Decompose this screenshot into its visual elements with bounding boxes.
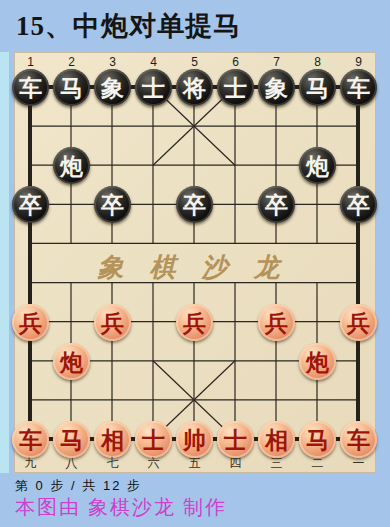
board-point-r3-c7[interactable] — [297, 185, 338, 224]
board-point-r8-c7[interactable] — [297, 381, 338, 420]
piece-red-车[interactable]: 车 — [12, 421, 49, 458]
board-point-r1-c5[interactable] — [215, 107, 256, 146]
piece-black-车[interactable]: 车 — [340, 69, 377, 106]
piece-red-相[interactable]: 相 — [94, 421, 131, 458]
board-point-r8-c3[interactable] — [133, 381, 174, 420]
board-point-r2-c8[interactable] — [338, 146, 379, 185]
board-point-r5-c7[interactable] — [297, 263, 338, 302]
board-point-r9-c4[interactable]: 帅 — [174, 420, 215, 459]
piece-red-相[interactable]: 相 — [258, 421, 295, 458]
file-label-top: 4 — [133, 55, 174, 69]
credit-text: 本图由 象棋沙龙 制作 — [15, 494, 227, 521]
board-point-r3-c8[interactable]: 卒 — [338, 185, 379, 224]
file-labels-bottom: 九八七六五四三二一 — [10, 456, 379, 470]
board-point-r7-c5[interactable] — [215, 342, 256, 381]
file-label-bottom: 二 — [297, 456, 338, 470]
board-point-r1-c6[interactable] — [256, 107, 297, 146]
piece-black-炮[interactable]: 炮 — [299, 147, 336, 184]
board-point-r0-c4[interactable]: 将 — [174, 68, 215, 107]
piece-black-卒[interactable]: 卒 — [94, 186, 131, 223]
board-point-r5-c2[interactable] — [92, 263, 133, 302]
piece-black-士[interactable]: 士 — [135, 69, 172, 106]
board-point-r0-c8[interactable]: 车 — [338, 68, 379, 107]
board-point-r9-c2[interactable]: 相 — [92, 420, 133, 459]
board-point-r1-c8[interactable] — [338, 107, 379, 146]
piece-red-兵[interactable]: 兵 — [12, 304, 49, 341]
board-point-r3-c3[interactable] — [133, 185, 174, 224]
board-point-r3-c0[interactable]: 卒 — [10, 185, 51, 224]
board-point-r3-c4[interactable]: 卒 — [174, 185, 215, 224]
piece-red-兵[interactable]: 兵 — [340, 304, 377, 341]
board-point-r5-c0[interactable] — [10, 263, 51, 302]
board-point-r4-c4[interactable] — [174, 224, 215, 263]
board-point-r4-c3[interactable] — [133, 224, 174, 263]
file-labels-top: 123456789 — [10, 55, 379, 69]
board-point-r2-c0[interactable] — [10, 146, 51, 185]
file-label-bottom: 四 — [215, 456, 256, 470]
board-point-r2-c3[interactable] — [133, 146, 174, 185]
board-point-r9-c6[interactable]: 相 — [256, 420, 297, 459]
board-point-r0-c3[interactable]: 士 — [133, 68, 174, 107]
board-point-r7-c3[interactable] — [133, 342, 174, 381]
file-label-bottom: 六 — [133, 456, 174, 470]
xiangqi-board: 123456789 象棋沙龙 车马象士将士象马车炮炮卒卒卒卒卒兵兵兵兵兵炮炮车马… — [14, 52, 376, 473]
board-point-r8-c6[interactable] — [256, 381, 297, 420]
piece-black-马[interactable]: 马 — [299, 69, 336, 106]
piece-black-士[interactable]: 士 — [217, 69, 254, 106]
board-point-r3-c5[interactable] — [215, 185, 256, 224]
board-point-r6-c8[interactable]: 兵 — [338, 303, 379, 342]
board-point-r2-c2[interactable] — [92, 146, 133, 185]
board-point-r7-c4[interactable] — [174, 342, 215, 381]
page-title: 15、中炮对单提马 — [16, 8, 241, 44]
board-point-r9-c7[interactable]: 马 — [297, 420, 338, 459]
piece-red-士[interactable]: 士 — [135, 421, 172, 458]
board-point-r8-c2[interactable] — [92, 381, 133, 420]
piece-red-马[interactable]: 马 — [299, 421, 336, 458]
board-point-r6-c2[interactable]: 兵 — [92, 303, 133, 342]
board-point-r2-c7[interactable]: 炮 — [297, 146, 338, 185]
board-point-r0-c7[interactable]: 马 — [297, 68, 338, 107]
board-point-r7-c6[interactable] — [256, 342, 297, 381]
piece-red-马[interactable]: 马 — [53, 421, 90, 458]
board-point-r6-c7[interactable] — [297, 303, 338, 342]
board-point-r1-c2[interactable] — [92, 107, 133, 146]
board-point-r5-c8[interactable] — [338, 263, 379, 302]
piece-black-象[interactable]: 象 — [258, 69, 295, 106]
board-point-r6-c1[interactable] — [51, 303, 92, 342]
board-point-r6-c5[interactable] — [215, 303, 256, 342]
board-point-r8-c5[interactable] — [215, 381, 256, 420]
piece-red-士[interactable]: 士 — [217, 421, 254, 458]
board-point-r4-c7[interactable] — [297, 224, 338, 263]
board-point-r4-c8[interactable] — [338, 224, 379, 263]
piece-red-帅[interactable]: 帅 — [176, 421, 213, 458]
board-point-r8-c8[interactable] — [338, 381, 379, 420]
file-label-top: 1 — [10, 55, 51, 69]
file-label-bottom: 三 — [256, 456, 297, 470]
file-label-bottom: 五 — [174, 456, 215, 470]
board-point-r6-c0[interactable]: 兵 — [10, 303, 51, 342]
piece-black-卒[interactable]: 卒 — [176, 186, 213, 223]
board-point-r9-c0[interactable]: 车 — [10, 420, 51, 459]
move-counter: 第 0 步 / 共 12 步 — [15, 477, 142, 495]
file-label-bottom: 九 — [10, 456, 51, 470]
piece-black-炮[interactable]: 炮 — [53, 147, 90, 184]
file-label-top: 9 — [338, 55, 379, 69]
piece-layer: 车马象士将士象马车炮炮卒卒卒卒卒兵兵兵兵兵炮炮车马相士帅士相马车 — [10, 68, 379, 459]
board-point-r1-c4[interactable] — [174, 107, 215, 146]
piece-red-兵[interactable]: 兵 — [94, 304, 131, 341]
board-point-r2-c1[interactable]: 炮 — [51, 146, 92, 185]
board-point-r2-c6[interactable] — [256, 146, 297, 185]
board-point-r7-c1[interactable]: 炮 — [51, 342, 92, 381]
board-point-r9-c8[interactable]: 车 — [338, 420, 379, 459]
piece-black-卒[interactable]: 卒 — [258, 186, 295, 223]
board-point-r4-c6[interactable] — [256, 224, 297, 263]
board-point-r8-c4[interactable] — [174, 381, 215, 420]
file-label-top: 3 — [92, 55, 133, 69]
board-point-r8-c0[interactable] — [10, 381, 51, 420]
piece-red-车[interactable]: 车 — [340, 421, 377, 458]
board-point-r7-c0[interactable] — [10, 342, 51, 381]
board-point-r5-c1[interactable] — [51, 263, 92, 302]
board-point-r6-c6[interactable]: 兵 — [256, 303, 297, 342]
board-point-r0-c1[interactable]: 马 — [51, 68, 92, 107]
board-point-r4-c0[interactable] — [10, 224, 51, 263]
file-label-bottom: 七 — [92, 456, 133, 470]
board-point-r6-c4[interactable]: 兵 — [174, 303, 215, 342]
board-point-r1-c7[interactable] — [297, 107, 338, 146]
board-point-r4-c5[interactable] — [215, 224, 256, 263]
board-point-r8-c1[interactable] — [51, 381, 92, 420]
board-point-r3-c1[interactable] — [51, 185, 92, 224]
board-point-r0-c6[interactable]: 象 — [256, 68, 297, 107]
board-point-r4-c1[interactable] — [51, 224, 92, 263]
file-label-bottom: 八 — [51, 456, 92, 470]
board-point-r5-c4[interactable] — [174, 263, 215, 302]
board-point-r7-c7[interactable]: 炮 — [297, 342, 338, 381]
board-point-r5-c5[interactable] — [215, 263, 256, 302]
file-label-top: 8 — [297, 55, 338, 69]
piece-red-炮[interactable]: 炮 — [53, 343, 90, 380]
board-point-r0-c5[interactable]: 士 — [215, 68, 256, 107]
board-point-r5-c3[interactable] — [133, 263, 174, 302]
board-point-r0-c0[interactable]: 车 — [10, 68, 51, 107]
piece-red-兵[interactable]: 兵 — [176, 304, 213, 341]
piece-black-将[interactable]: 将 — [176, 69, 213, 106]
file-label-top: 2 — [51, 55, 92, 69]
board-point-r1-c1[interactable] — [51, 107, 92, 146]
piece-red-兵[interactable]: 兵 — [258, 304, 295, 341]
board-point-r9-c1[interactable]: 马 — [51, 420, 92, 459]
board-point-r1-c0[interactable] — [10, 107, 51, 146]
board-point-r2-c4[interactable] — [174, 146, 215, 185]
file-label-top: 7 — [256, 55, 297, 69]
board-point-r9-c5[interactable]: 士 — [215, 420, 256, 459]
piece-black-卒[interactable]: 卒 — [340, 186, 377, 223]
board-point-r7-c2[interactable] — [92, 342, 133, 381]
board-point-r6-c3[interactable] — [133, 303, 174, 342]
board-point-r7-c8[interactable] — [338, 342, 379, 381]
board-point-r3-c2[interactable]: 卒 — [92, 185, 133, 224]
piece-black-卒[interactable]: 卒 — [12, 186, 49, 223]
board-point-r4-c2[interactable] — [92, 224, 133, 263]
board-point-r0-c2[interactable]: 象 — [92, 68, 133, 107]
file-label-top: 6 — [215, 55, 256, 69]
piece-black-马[interactable]: 马 — [53, 69, 90, 106]
board-point-r2-c5[interactable] — [215, 146, 256, 185]
board-point-r9-c3[interactable]: 士 — [133, 420, 174, 459]
piece-red-炮[interactable]: 炮 — [299, 343, 336, 380]
file-label-bottom: 一 — [338, 456, 379, 470]
board-point-r1-c3[interactable] — [133, 107, 174, 146]
left-stripe-decoration — [0, 52, 9, 473]
board-point-r3-c6[interactable]: 卒 — [256, 185, 297, 224]
file-label-top: 5 — [174, 55, 215, 69]
board-point-r5-c6[interactable] — [256, 263, 297, 302]
piece-black-象[interactable]: 象 — [94, 69, 131, 106]
piece-black-车[interactable]: 车 — [12, 69, 49, 106]
